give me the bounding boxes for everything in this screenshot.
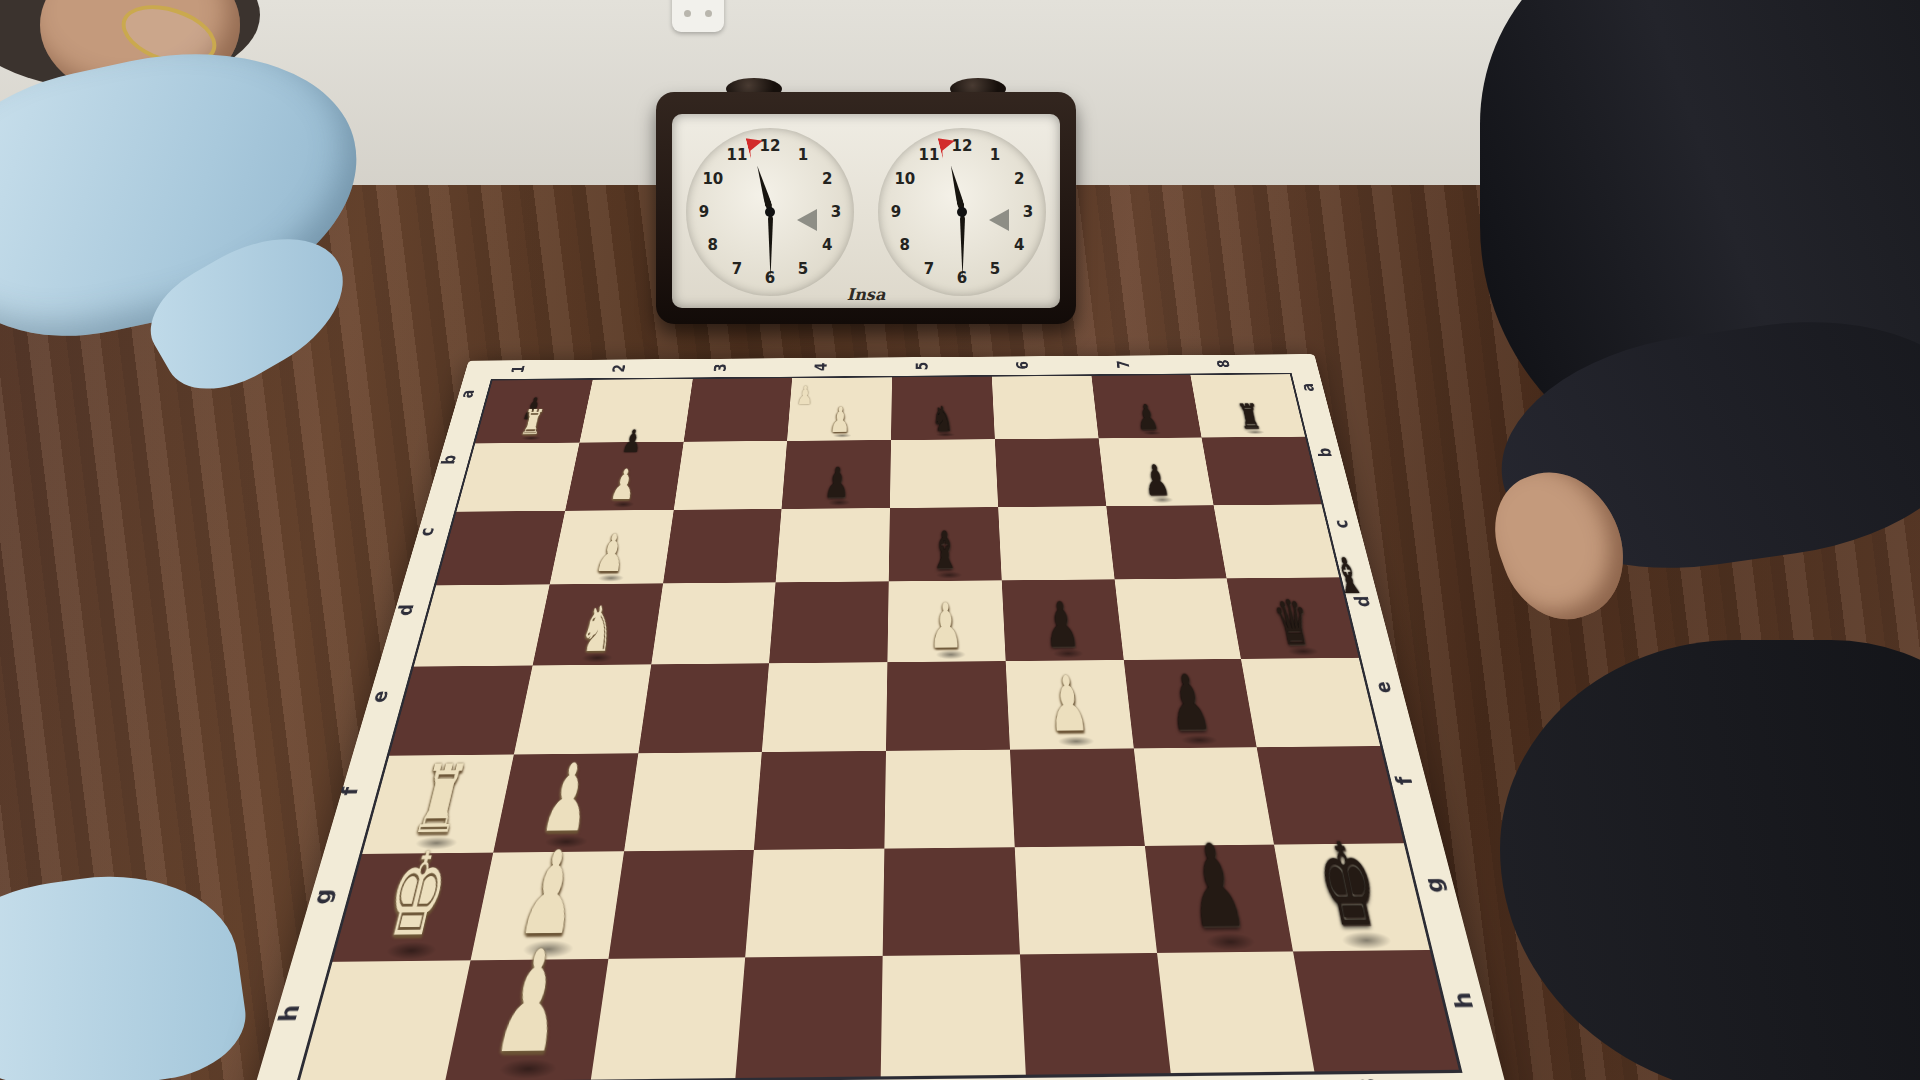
- white-rook-a1[interactable]: ♜: [518, 404, 548, 439]
- square-c4[interactable]: [776, 508, 890, 583]
- square-h3[interactable]: [590, 958, 745, 1080]
- dial-number-2: 2: [1014, 170, 1024, 188]
- right-file-label-h: h: [1448, 992, 1479, 1009]
- dial-number-3: 3: [1023, 203, 1033, 221]
- dial-number-11: 11: [919, 146, 940, 164]
- square-g1[interactable]: ♚: [332, 852, 493, 962]
- square-b8[interactable]: [1202, 437, 1322, 505]
- dial-number-8: 8: [708, 236, 718, 254]
- right-file-label-b: b: [1313, 448, 1335, 458]
- square-b1[interactable]: [456, 442, 579, 511]
- dial-pin: [765, 207, 775, 217]
- square-e8[interactable]: [1241, 658, 1380, 747]
- white-pawn-c2[interactable]: ♟: [592, 528, 630, 580]
- square-c6[interactable]: [998, 506, 1114, 581]
- left-file-label-f: f: [337, 787, 364, 796]
- dial-number-9: 9: [699, 203, 709, 221]
- far-rank-label-8: 8: [1214, 360, 1234, 368]
- square-e3[interactable]: [638, 663, 769, 753]
- dial-number-7: 7: [924, 260, 934, 278]
- far-rank-label-1: 1: [508, 365, 529, 374]
- vinyl-board-mat: ♜♟♞♟♜♟♟♟♟♝♞♟♟♛♟♟♜♟♚♟♟♚♟ 1122334455667788…: [243, 354, 1513, 1080]
- tick-indicator: [989, 209, 1009, 231]
- hour-hand: [753, 165, 773, 213]
- square-b7[interactable]: ♟: [1098, 437, 1213, 506]
- chess-board: ♜♟♞♟♜♟♟♟♟♝♞♟♟♛♟♟♜♟♚♟♟♚♟: [299, 374, 1459, 1080]
- black-pawn-a7[interactable]: ♟: [1134, 399, 1160, 434]
- chess-clock: 121234567891011 121234567891011 Insa: [656, 92, 1076, 324]
- square-g5[interactable]: [883, 847, 1020, 956]
- left-file-label-h: h: [273, 1005, 305, 1023]
- square-b3[interactable]: [673, 441, 787, 510]
- square-c5[interactable]: ♝: [889, 507, 1002, 582]
- square-a7[interactable]: ♟: [1091, 375, 1202, 438]
- dial-number-7: 7: [732, 260, 742, 278]
- square-g8[interactable]: ♚: [1274, 843, 1430, 952]
- far-rank-label-5: 5: [913, 362, 932, 370]
- square-e6[interactable]: ♟: [1005, 660, 1133, 749]
- white-pawn-a4[interactable]: ♟: [829, 402, 852, 437]
- right-file-label-f: f: [1392, 777, 1418, 786]
- square-d1[interactable]: [414, 585, 550, 667]
- dial-number-1: 1: [798, 146, 808, 164]
- square-c8[interactable]: [1214, 504, 1340, 578]
- square-f4[interactable]: [754, 751, 886, 850]
- square-h4[interactable]: [736, 956, 883, 1078]
- square-d5[interactable]: ♟: [887, 581, 1005, 663]
- square-b6[interactable]: [995, 438, 1106, 507]
- square-b5[interactable]: [890, 439, 998, 508]
- dial-number-5: 5: [798, 260, 808, 278]
- square-g6[interactable]: [1014, 845, 1156, 954]
- square-h6[interactable]: [1020, 953, 1170, 1075]
- dial-number-8: 8: [900, 236, 910, 254]
- square-h5[interactable]: [881, 955, 1026, 1077]
- dial-number-1: 1: [990, 146, 1000, 164]
- black-pawn-e7[interactable]: ♟: [1164, 666, 1215, 743]
- dial-number-9: 9: [891, 203, 901, 221]
- right-file-label-a: a: [1297, 383, 1318, 391]
- square-a5[interactable]: ♞: [891, 377, 995, 440]
- square-h7[interactable]: [1157, 952, 1315, 1073]
- dial-number-10: 10: [894, 170, 915, 188]
- square-d2[interactable]: ♞: [532, 584, 662, 666]
- square-f6[interactable]: [1010, 748, 1145, 847]
- left-file-label-a: a: [457, 390, 479, 399]
- square-d7[interactable]: [1114, 579, 1241, 660]
- dial-number-12: 12: [760, 137, 781, 155]
- dial-number-4: 4: [1014, 236, 1024, 254]
- square-a6[interactable]: [992, 376, 1099, 439]
- square-c7[interactable]: [1106, 505, 1227, 580]
- left-file-label-d: d: [393, 604, 418, 616]
- dial-pin: [957, 207, 967, 217]
- far-rank-label-6: 6: [1014, 361, 1033, 369]
- tick-indicator: [797, 209, 817, 231]
- black-king-g8[interactable]: ♚: [1310, 830, 1388, 945]
- square-h2[interactable]: ♟: [445, 959, 608, 1080]
- hour-hand: [947, 165, 965, 213]
- far-rank-label-7: 7: [1114, 360, 1134, 368]
- square-a3[interactable]: [683, 378, 792, 441]
- right-file-label-e: e: [1371, 681, 1397, 693]
- square-e7[interactable]: ♟: [1123, 659, 1256, 748]
- square-c2[interactable]: ♟: [549, 510, 673, 585]
- black-pawn-b4[interactable]: ♟: [824, 462, 851, 504]
- square-e4[interactable]: [762, 662, 887, 752]
- square-d6[interactable]: ♟: [1002, 580, 1124, 662]
- far-rank-label-4: 4: [812, 363, 831, 371]
- square-b4[interactable]: ♟: [782, 440, 891, 509]
- white-knight-d2[interactable]: ♞: [575, 597, 620, 660]
- dial-number-11: 11: [727, 146, 748, 164]
- square-a1[interactable]: ♜: [475, 380, 592, 444]
- square-a8[interactable]: ♜: [1191, 374, 1305, 437]
- white-pawn-e6[interactable]: ♟: [1046, 667, 1092, 744]
- black-pawn-b7[interactable]: ♟: [1141, 460, 1172, 502]
- black-queen-d8[interactable]: ♛: [1269, 591, 1316, 653]
- left-file-label-c: c: [416, 527, 439, 536]
- square-d4[interactable]: [769, 582, 888, 664]
- black-rook-a8[interactable]: ♜: [1235, 399, 1263, 434]
- square-e2[interactable]: [514, 664, 651, 754]
- white-king-g1[interactable]: ♚: [375, 839, 457, 955]
- square-g4[interactable]: [745, 848, 884, 957]
- black-pawn-d6[interactable]: ♟: [1042, 593, 1081, 655]
- black-knight-a5[interactable]: ♞: [932, 401, 954, 436]
- square-h1[interactable]: [299, 961, 470, 1080]
- square-e1[interactable]: [389, 665, 532, 755]
- square-e5[interactable]: [886, 661, 1010, 751]
- dial-number-4: 4: [822, 236, 832, 254]
- left-file-label-g: g: [308, 889, 338, 905]
- dial-number-2: 2: [822, 170, 832, 188]
- left-file-label-b: b: [438, 455, 461, 465]
- square-f3[interactable]: [624, 752, 762, 851]
- dial-number-3: 3: [831, 203, 841, 221]
- clock-panel: 121234567891011 121234567891011 Insa: [672, 114, 1060, 308]
- square-f5[interactable]: [884, 749, 1014, 848]
- clock-dial-left: 121234567891011: [686, 128, 854, 296]
- tournament-photo: { "game": "chess", "position": { "fen": …: [0, 0, 1920, 1080]
- square-d3[interactable]: [651, 583, 776, 665]
- dial-number-10: 10: [702, 170, 723, 188]
- light-switch: [672, 0, 724, 32]
- dial-number-12: 12: [952, 137, 973, 155]
- square-c1[interactable]: [436, 510, 565, 585]
- square-h8[interactable]: [1293, 950, 1459, 1071]
- chess-board-area: ♜♟♞♟♜♟♟♟♟♝♞♟♟♛♟♟♜♟♚♟♟♚♟ 1122334455667788…: [150, 300, 1610, 1080]
- far-rank-label-2: 2: [609, 364, 629, 373]
- square-g7[interactable]: ♟: [1144, 844, 1293, 953]
- square-c3[interactable]: [663, 509, 782, 584]
- right-file-label-c: c: [1330, 519, 1353, 528]
- white-pawn-b2[interactable]: ♟: [608, 464, 640, 506]
- left-file-label-e: e: [367, 690, 393, 702]
- far-rank-label-3: 3: [711, 363, 731, 371]
- black-bishop-c5[interactable]: ♝: [930, 525, 960, 576]
- clock-dial-right: 121234567891011: [878, 128, 1046, 296]
- right-file-label-g: g: [1419, 877, 1448, 893]
- black-pawn-g7[interactable]: ♟: [1181, 831, 1252, 946]
- white-pawn-d5[interactable]: ♟: [929, 594, 964, 657]
- square-g3[interactable]: [608, 849, 754, 959]
- dial-number-5: 5: [990, 260, 1000, 278]
- captured-white-pawn[interactable]: ♟: [796, 381, 814, 411]
